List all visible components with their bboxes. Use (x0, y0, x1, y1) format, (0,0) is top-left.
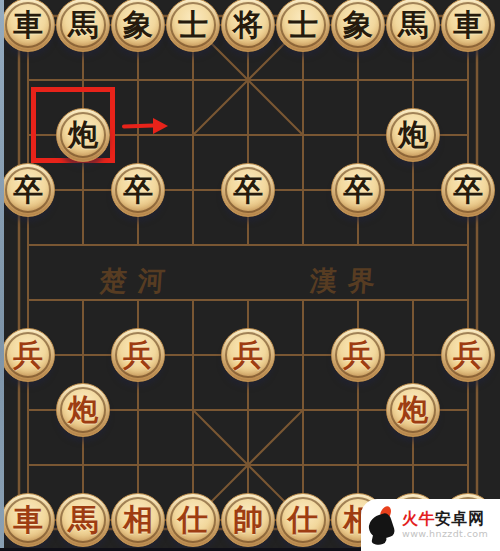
piece-red-chariot-c1r10[interactable]: 車 (1, 493, 55, 547)
piece-black-horse-c8r1[interactable]: 馬 (386, 0, 440, 52)
brand-red-text: 火牛 (402, 509, 435, 528)
piece-glyph: 卒 (233, 175, 263, 205)
piece-glyph: 兵 (123, 340, 153, 370)
piece-glyph: 卒 (453, 175, 483, 205)
piece-glyph: 炮 (68, 120, 98, 150)
brand-dark-text: 安卓网 (435, 509, 485, 528)
piece-glyph: 車 (13, 10, 43, 40)
piece-glyph: 兵 (343, 340, 373, 370)
move-arrow-icon (122, 118, 168, 134)
piece-glyph: 士 (178, 10, 208, 40)
piece-red-soldier-c5r7[interactable]: 兵 (221, 328, 275, 382)
piece-glyph: 馬 (68, 10, 98, 40)
piece-glyph: 卒 (343, 175, 373, 205)
piece-black-advisor-c4r1[interactable]: 士 (166, 0, 220, 52)
piece-glyph: 卒 (13, 175, 43, 205)
piece-glyph: 将 (233, 10, 263, 40)
piece-red-soldier-c3r7[interactable]: 兵 (111, 328, 165, 382)
piece-glyph: 士 (288, 10, 318, 40)
piece-black-soldier-c3r4[interactable]: 卒 (111, 163, 165, 217)
piece-black-cannon-c8r3[interactable]: 炮 (386, 108, 440, 162)
piece-black-chariot-c1r1[interactable]: 車 (1, 0, 55, 52)
piece-glyph: 象 (123, 10, 153, 40)
left-edge-strip (0, 0, 4, 551)
piece-red-soldier-c9r7[interactable]: 兵 (441, 328, 495, 382)
piece-red-soldier-c7r7[interactable]: 兵 (331, 328, 385, 382)
piece-red-elephant-c3r10[interactable]: 相 (111, 493, 165, 547)
piece-glyph: 象 (343, 10, 373, 40)
piece-red-horse-c2r10[interactable]: 馬 (56, 493, 110, 547)
piece-black-soldier-c9r4[interactable]: 卒 (441, 163, 495, 217)
pieces-layer: 車馬象士将士象馬車炮炮卒卒卒卒卒兵兵兵兵兵炮炮車馬相仕帥仕相馬車 (0, 0, 500, 551)
piece-glyph: 仕 (288, 505, 318, 535)
piece-black-general-c5r1[interactable]: 将 (221, 0, 275, 52)
piece-glyph: 帥 (233, 505, 263, 535)
piece-black-elephant-c7r1[interactable]: 象 (331, 0, 385, 52)
piece-glyph: 兵 (13, 340, 43, 370)
move-arrow-head (153, 118, 168, 134)
piece-black-soldier-c7r4[interactable]: 卒 (331, 163, 385, 217)
piece-glyph: 相 (123, 505, 153, 535)
piece-glyph: 卒 (123, 175, 153, 205)
piece-black-cannon-c2r3[interactable]: 炮 (56, 108, 110, 162)
watermark-url: www.hnzzdt.com (402, 529, 488, 539)
piece-glyph: 馬 (68, 505, 98, 535)
watermark-brand: 火牛安卓网 (402, 511, 488, 528)
watermark-badge: 火牛安卓网 www.hnzzdt.com (361, 499, 500, 551)
piece-black-horse-c2r1[interactable]: 馬 (56, 0, 110, 52)
piece-black-elephant-c3r1[interactable]: 象 (111, 0, 165, 52)
piece-glyph: 馬 (398, 10, 428, 40)
piece-glyph: 兵 (453, 340, 483, 370)
xiangqi-board: 楚河 漢界 車馬象士将士象馬車炮炮卒卒卒卒卒兵兵兵兵兵炮炮車馬相仕帥仕相馬車 火… (0, 0, 500, 551)
piece-red-cannon-c8r8[interactable]: 炮 (386, 383, 440, 437)
piece-black-soldier-c1r4[interactable]: 卒 (1, 163, 55, 217)
piece-black-advisor-c6r1[interactable]: 士 (276, 0, 330, 52)
piece-glyph: 車 (13, 505, 43, 535)
piece-red-advisor-c6r10[interactable]: 仕 (276, 493, 330, 547)
piece-red-cannon-c2r8[interactable]: 炮 (56, 383, 110, 437)
piece-glyph: 仕 (178, 505, 208, 535)
piece-red-general-c5r10[interactable]: 帥 (221, 493, 275, 547)
piece-glyph: 炮 (398, 120, 428, 150)
piece-red-advisor-c4r10[interactable]: 仕 (166, 493, 220, 547)
piece-glyph: 車 (453, 10, 483, 40)
piece-glyph: 兵 (233, 340, 263, 370)
piece-black-chariot-c9r1[interactable]: 車 (441, 0, 495, 52)
bull-leg-shape (371, 535, 387, 547)
piece-black-soldier-c5r4[interactable]: 卒 (221, 163, 275, 217)
move-arrow-tail (122, 123, 155, 128)
fire-bull-logo-icon (368, 505, 398, 545)
piece-glyph: 炮 (398, 395, 428, 425)
watermark-text: 火牛安卓网 www.hnzzdt.com (402, 511, 488, 540)
piece-glyph: 炮 (68, 395, 98, 425)
piece-red-soldier-c1r7[interactable]: 兵 (1, 328, 55, 382)
